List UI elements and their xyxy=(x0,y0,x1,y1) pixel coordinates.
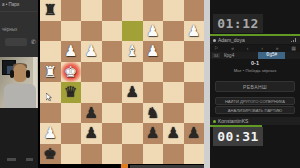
white-rook-h4: ♜ xyxy=(40,62,61,83)
square-c7[interactable]: ♟ xyxy=(143,123,164,144)
square-e7[interactable] xyxy=(102,123,123,144)
square-g1[interactable] xyxy=(61,0,82,21)
black-pawn-c7: ♟ xyxy=(143,123,164,144)
signal-icon xyxy=(291,38,297,42)
square-c3[interactable]: ♟ xyxy=(143,41,164,62)
square-b3[interactable] xyxy=(163,41,184,62)
square-e2[interactable] xyxy=(102,21,123,42)
game-result: 0-1 xyxy=(210,60,300,66)
mouse-cursor xyxy=(46,93,53,101)
square-d8[interactable] xyxy=(122,144,143,165)
square-d6[interactable] xyxy=(122,103,143,124)
sidebar-header-text: а • Пари xyxy=(2,2,19,7)
square-a3[interactable] xyxy=(184,41,205,62)
square-a4[interactable] xyxy=(184,62,205,83)
top-player-row[interactable]: Adam_doya xyxy=(210,36,300,44)
square-b2[interactable] xyxy=(163,21,184,42)
square-h2[interactable] xyxy=(40,21,61,42)
white-bishop-d3: ♝ xyxy=(122,41,143,62)
square-e4[interactable] xyxy=(102,62,123,83)
square-d2[interactable] xyxy=(122,21,143,42)
square-b4[interactable] xyxy=(163,62,184,83)
square-f3[interactable]: ♟ xyxy=(81,41,102,62)
top-player-clock: 01:12 xyxy=(213,14,263,33)
app-window: а • Пари чёрных ✆ ♜♟♟♟♟♝♟♜♚♛♟♟♞♟♟♟♟♟♚ xyxy=(0,0,300,168)
move-navigation: ⚐ « ‹ › » ▦ xyxy=(210,45,300,52)
square-c6[interactable]: ♞ xyxy=(143,103,164,124)
square-c8[interactable] xyxy=(143,144,164,165)
square-e6[interactable] xyxy=(102,103,123,124)
bottom-strip xyxy=(40,164,210,168)
stream-orange-icon[interactable] xyxy=(121,164,128,168)
bottom-player-row[interactable]: KonstantinKS xyxy=(210,117,300,125)
square-h7[interactable]: ♟ xyxy=(40,123,61,144)
square-h3[interactable] xyxy=(40,41,61,62)
square-d4[interactable] xyxy=(122,62,143,83)
square-f8[interactable] xyxy=(81,144,102,165)
last-move-icon[interactable]: » xyxy=(276,45,279,52)
square-a2[interactable]: ♟ xyxy=(184,21,205,42)
square-g3[interactable]: ♟ xyxy=(61,41,82,62)
square-e8[interactable] xyxy=(102,144,123,165)
square-a5[interactable] xyxy=(184,82,205,103)
black-king-h8: ♚ xyxy=(40,144,61,165)
square-d3[interactable]: ♝ xyxy=(122,41,143,62)
square-b6[interactable] xyxy=(163,103,184,124)
prev-move-icon[interactable]: ‹ xyxy=(247,45,249,52)
left-sidebar: а • Пари чёрных ✆ xyxy=(0,0,38,168)
square-b8[interactable] xyxy=(163,144,184,165)
square-h4[interactable]: ♜ xyxy=(40,62,61,83)
square-b7[interactable]: ♟ xyxy=(163,123,184,144)
black-rook-h1: ♜ xyxy=(40,0,61,21)
bottom-player-clock: 00:31 xyxy=(213,127,263,146)
square-c1[interactable] xyxy=(143,0,164,21)
square-d1[interactable] xyxy=(122,0,143,21)
square-f4[interactable] xyxy=(81,62,102,83)
square-f2[interactable] xyxy=(81,21,102,42)
square-g7[interactable] xyxy=(61,123,82,144)
square-e3[interactable] xyxy=(102,41,123,62)
square-c5[interactable] xyxy=(143,82,164,103)
square-g2[interactable] xyxy=(61,21,82,42)
black-pawn-b7: ♟ xyxy=(163,123,184,144)
white-pawn-g3: ♟ xyxy=(61,41,82,62)
headphones-icon xyxy=(26,70,30,78)
black-knight-c6: ♞ xyxy=(143,103,164,124)
square-f1[interactable] xyxy=(81,0,102,21)
online-dot-icon xyxy=(213,120,216,123)
bottom-strip-bar xyxy=(130,165,208,168)
game-status: Мат • Победа чёрных xyxy=(210,68,300,73)
white-pawn-h7: ♟ xyxy=(40,123,61,144)
next-move-icon[interactable]: › xyxy=(261,45,263,52)
headphones-icon xyxy=(10,70,14,78)
square-g8[interactable] xyxy=(61,144,82,165)
black-move-current[interactable]: Фg5# xyxy=(258,52,285,59)
white-pawn-f3: ♟ xyxy=(81,41,102,62)
board-menu-icon[interactable]: ▦ xyxy=(291,45,296,52)
webcam-person-face xyxy=(13,64,27,82)
sidebar-subheader-text: чёрных xyxy=(2,27,17,32)
square-a6[interactable] xyxy=(184,103,205,124)
white-king-g4: ♚ xyxy=(61,62,82,83)
white-pawn-a2: ♟ xyxy=(184,21,205,42)
black-pawn-f7: ♟ xyxy=(81,123,102,144)
analyze-game-button[interactable]: АНАЛИЗИРОВАТЬ ПАРТИЮ xyxy=(215,106,295,114)
webcam-video xyxy=(0,57,38,108)
sidebar-header: а • Пари чёрных ✆ xyxy=(0,0,38,58)
white-pawn-c3: ♟ xyxy=(143,41,164,62)
square-g6[interactable] xyxy=(61,103,82,124)
first-move-icon[interactable]: « xyxy=(231,45,234,52)
square-h6[interactable] xyxy=(40,103,61,124)
square-e1[interactable] xyxy=(102,0,123,21)
square-h8[interactable]: ♚ xyxy=(40,144,61,165)
square-d7[interactable] xyxy=(122,123,143,144)
square-f7[interactable]: ♟ xyxy=(81,123,102,144)
black-pawn-f6: ♟ xyxy=(81,103,102,124)
square-f6[interactable]: ♟ xyxy=(81,103,102,124)
online-dot-icon xyxy=(213,39,216,42)
square-a1[interactable] xyxy=(184,0,205,21)
square-d5[interactable]: ♟ xyxy=(122,82,143,103)
black-pawn-d5: ♟ xyxy=(122,82,143,103)
sidebar-footer xyxy=(0,108,38,168)
square-b1[interactable] xyxy=(163,0,184,21)
square-c4[interactable] xyxy=(143,62,164,83)
white-pawn-c2: ♟ xyxy=(143,21,164,42)
black-pawn-a7: ♟ xyxy=(184,123,205,144)
square-f5[interactable] xyxy=(81,82,102,103)
webcam-person-shirt xyxy=(4,84,36,108)
divider xyxy=(0,11,38,12)
black-queen-g5: ♛ xyxy=(61,82,82,103)
footer-button-right[interactable] xyxy=(26,158,33,161)
square-g5[interactable]: ♛ xyxy=(61,82,82,103)
top-player-name[interactable]: Adam_doya xyxy=(218,37,245,43)
footer-button-left[interactable] xyxy=(7,158,16,161)
square-e5[interactable] xyxy=(102,82,123,103)
square-b5[interactable] xyxy=(163,82,184,103)
white-move[interactable]: Крg4 xyxy=(224,52,234,60)
square-a7[interactable]: ♟ xyxy=(184,123,205,144)
move-number: 34 xyxy=(212,53,220,59)
chess-board[interactable]: ♜♟♟♟♟♝♟♜♚♛♟♟♞♟♟♟♟♟♚ xyxy=(40,0,204,164)
square-g4[interactable]: ♚ xyxy=(61,62,82,83)
rematch-button[interactable]: РЕВАНШ xyxy=(215,81,295,92)
square-a8[interactable] xyxy=(184,144,205,165)
flag-icon[interactable]: ⚐ xyxy=(214,45,218,52)
phone-icon[interactable]: ✆ xyxy=(31,39,36,46)
bottom-player-name[interactable]: KonstantinKS xyxy=(218,118,248,124)
square-c2[interactable]: ♟ xyxy=(143,21,164,42)
new-opponent-button[interactable]: НАЙТИ ДРУГОГО СОПЕРНИКА xyxy=(215,97,295,105)
sidebar-action-button[interactable] xyxy=(5,38,27,46)
square-h1[interactable]: ♜ xyxy=(40,0,61,21)
move-list-row: 34 Крg4 Фg5# xyxy=(210,52,300,60)
game-side-panel: 01:12 Adam_doya ⚐ « ‹ › » ▦ 34 Крg4 Фg5#… xyxy=(210,0,300,168)
